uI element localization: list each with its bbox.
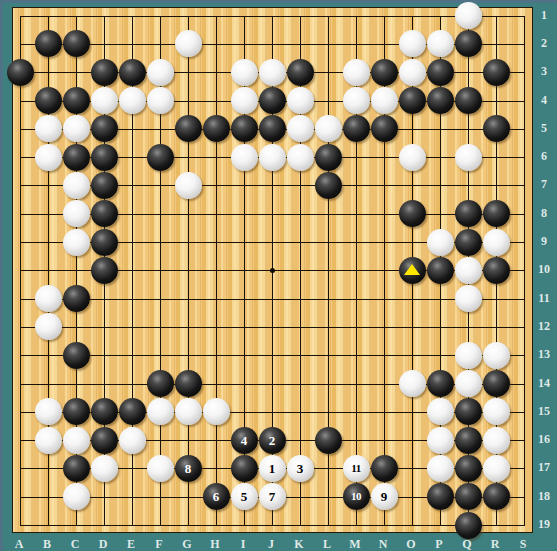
stone-black[interactable] <box>427 257 454 284</box>
column-label-R: R <box>485 537 505 551</box>
grid-line-vertical <box>524 16 525 526</box>
grid-line-horizontal <box>20 327 525 328</box>
stone-black[interactable] <box>483 483 510 510</box>
stone-white[interactable]: 7 <box>259 483 286 510</box>
stone-black[interactable] <box>455 512 482 539</box>
stone-black[interactable] <box>371 115 398 142</box>
grid-line-horizontal <box>20 299 525 300</box>
stone-black[interactable] <box>315 427 342 454</box>
stone-white[interactable] <box>231 59 258 86</box>
stone-black[interactable] <box>399 87 426 114</box>
stone-black[interactable] <box>7 59 34 86</box>
stone-black[interactable] <box>175 115 202 142</box>
stone-black[interactable] <box>315 144 342 171</box>
stone-black[interactable] <box>91 59 118 86</box>
stone-white[interactable] <box>399 144 426 171</box>
grid-line-horizontal <box>20 525 525 526</box>
move-number-label: 11 <box>351 463 360 474</box>
stone-white[interactable] <box>63 172 90 199</box>
stone-black[interactable] <box>455 229 482 256</box>
column-label-K: K <box>289 537 309 551</box>
stone-white[interactable] <box>455 144 482 171</box>
stone-white[interactable] <box>147 398 174 425</box>
stone-white[interactable] <box>175 172 202 199</box>
row-label-15: 15 <box>533 404 555 419</box>
row-label-9: 9 <box>533 234 555 249</box>
move-number-label: 5 <box>241 490 248 503</box>
stone-black[interactable] <box>63 30 90 57</box>
stone-white[interactable]: 11 <box>343 455 370 482</box>
column-label-E: E <box>121 537 141 551</box>
row-label-16: 16 <box>533 432 555 447</box>
column-label-A: A <box>9 537 29 551</box>
stone-white[interactable] <box>147 455 174 482</box>
window-left-edge <box>0 0 3 551</box>
row-label-12: 12 <box>533 319 555 334</box>
stone-white[interactable] <box>63 427 90 454</box>
stone-white[interactable] <box>399 59 426 86</box>
stone-black[interactable] <box>427 87 454 114</box>
column-label-N: N <box>373 537 393 551</box>
stone-black[interactable] <box>483 370 510 397</box>
column-label-Q: Q <box>457 537 477 551</box>
column-label-M: M <box>345 537 365 551</box>
stone-black[interactable] <box>483 257 510 284</box>
stone-white[interactable] <box>63 229 90 256</box>
stone-white[interactable] <box>35 427 62 454</box>
row-label-18: 18 <box>533 489 555 504</box>
row-label-1: 1 <box>533 8 555 23</box>
stone-white[interactable] <box>427 30 454 57</box>
column-label-C: C <box>65 537 85 551</box>
stone-black[interactable] <box>399 200 426 227</box>
row-label-19: 19 <box>533 517 555 532</box>
stone-white[interactable] <box>371 87 398 114</box>
column-label-G: G <box>177 537 197 551</box>
stone-white[interactable] <box>259 59 286 86</box>
stone-black[interactable] <box>91 200 118 227</box>
stone-black[interactable] <box>91 172 118 199</box>
grid-line-horizontal <box>20 355 525 356</box>
stone-white[interactable] <box>399 30 426 57</box>
column-label-P: P <box>429 537 449 551</box>
move-number-label: 9 <box>381 490 388 503</box>
stone-white[interactable] <box>343 87 370 114</box>
stone-black[interactable] <box>35 87 62 114</box>
stone-black[interactable] <box>455 30 482 57</box>
stone-white[interactable] <box>455 2 482 29</box>
stone-white[interactable] <box>455 370 482 397</box>
stone-black[interactable] <box>231 455 258 482</box>
stone-white[interactable] <box>483 398 510 425</box>
row-label-11: 11 <box>533 291 555 306</box>
stone-black[interactable] <box>91 427 118 454</box>
stone-white[interactable]: 9 <box>371 483 398 510</box>
stone-white[interactable] <box>343 59 370 86</box>
stone-black[interactable] <box>343 115 370 142</box>
stone-white[interactable] <box>119 427 146 454</box>
column-label-L: L <box>317 537 337 551</box>
stone-black[interactable] <box>455 483 482 510</box>
move-number-label: 6 <box>213 490 220 503</box>
stone-black[interactable]: 4 <box>231 427 258 454</box>
row-label-6: 6 <box>533 149 555 164</box>
stone-white[interactable] <box>63 483 90 510</box>
stone-black[interactable] <box>63 87 90 114</box>
stone-white[interactable] <box>231 144 258 171</box>
stone-white[interactable] <box>427 398 454 425</box>
row-label-7: 7 <box>533 177 555 192</box>
stone-black[interactable] <box>147 144 174 171</box>
stone-black[interactable]: 8 <box>175 455 202 482</box>
column-label-J: J <box>261 537 281 551</box>
move-number-label: 7 <box>269 490 276 503</box>
column-label-H: H <box>205 537 225 551</box>
stone-white[interactable] <box>287 87 314 114</box>
stone-black[interactable] <box>91 115 118 142</box>
stone-white[interactable] <box>483 229 510 256</box>
column-label-D: D <box>93 537 113 551</box>
stone-white[interactable] <box>259 144 286 171</box>
stone-black[interactable] <box>259 87 286 114</box>
stone-black[interactable] <box>315 172 342 199</box>
row-label-14: 14 <box>533 376 555 391</box>
stone-white[interactable] <box>427 427 454 454</box>
stone-white[interactable] <box>287 144 314 171</box>
stone-black[interactable] <box>63 455 90 482</box>
move-number-label: 2 <box>269 434 276 447</box>
stone-white[interactable]: 3 <box>287 455 314 482</box>
stone-white[interactable] <box>203 398 230 425</box>
stone-black[interactable]: 2 <box>259 427 286 454</box>
stone-white[interactable] <box>35 285 62 312</box>
stone-white[interactable] <box>35 115 62 142</box>
move-number-label: 4 <box>241 434 248 447</box>
stone-black[interactable]: 6 <box>203 483 230 510</box>
stone-black[interactable] <box>175 370 202 397</box>
stone-white[interactable] <box>35 313 62 340</box>
stone-black[interactable] <box>455 200 482 227</box>
stone-white[interactable] <box>175 30 202 57</box>
stone-white[interactable] <box>483 455 510 482</box>
row-label-4: 4 <box>533 93 555 108</box>
stone-white[interactable] <box>231 87 258 114</box>
stone-black[interactable] <box>371 59 398 86</box>
stone-white[interactable] <box>315 115 342 142</box>
stone-black[interactable] <box>427 483 454 510</box>
stone-black[interactable] <box>63 342 90 369</box>
stone-white[interactable] <box>483 342 510 369</box>
stone-black[interactable] <box>119 398 146 425</box>
stone-white[interactable] <box>147 59 174 86</box>
stone-white[interactable] <box>63 115 90 142</box>
stone-white[interactable]: 1 <box>259 455 286 482</box>
stone-black[interactable] <box>63 144 90 171</box>
stone-black[interactable] <box>287 59 314 86</box>
stone-white[interactable] <box>427 455 454 482</box>
column-label-O: O <box>401 537 421 551</box>
stone-black[interactable] <box>455 427 482 454</box>
stone-white[interactable]: 5 <box>231 483 258 510</box>
stone-white[interactable] <box>35 398 62 425</box>
stone-black[interactable] <box>483 115 510 142</box>
stone-white[interactable] <box>455 342 482 369</box>
row-label-3: 3 <box>533 64 555 79</box>
column-label-F: F <box>149 537 169 551</box>
stone-black[interactable] <box>63 285 90 312</box>
stone-black[interactable] <box>371 455 398 482</box>
stone-white[interactable] <box>63 200 90 227</box>
stone-white[interactable] <box>455 257 482 284</box>
column-label-S: S <box>513 537 533 551</box>
stone-black[interactable] <box>427 59 454 86</box>
stone-black[interactable] <box>91 229 118 256</box>
stone-black[interactable] <box>91 398 118 425</box>
stone-white[interactable] <box>287 115 314 142</box>
stone-white[interactable] <box>427 229 454 256</box>
move-number-label: 8 <box>185 462 192 475</box>
stone-white[interactable] <box>35 144 62 171</box>
stone-white[interactable] <box>91 455 118 482</box>
stone-black[interactable] <box>119 59 146 86</box>
stone-black[interactable] <box>203 115 230 142</box>
stone-black[interactable] <box>483 200 510 227</box>
column-label-B: B <box>37 537 57 551</box>
stone-black[interactable] <box>483 59 510 86</box>
stone-white[interactable] <box>175 398 202 425</box>
stone-black[interactable] <box>399 257 426 284</box>
row-label-8: 8 <box>533 206 555 221</box>
move-number-label: 1 <box>269 462 276 475</box>
move-number-label: 3 <box>297 462 304 475</box>
go-board[interactable]: 4281311657109 <box>12 7 533 533</box>
stone-black[interactable] <box>91 257 118 284</box>
move-number-label: 10 <box>351 491 361 502</box>
go-board-window: 4281311657109 ABCDEFGHIJKLMNOPQRS1234567… <box>0 0 557 551</box>
stone-black[interactable] <box>147 370 174 397</box>
triangle-marker <box>404 264 420 275</box>
stone-black[interactable] <box>427 370 454 397</box>
stone-white[interactable] <box>119 87 146 114</box>
stone-black[interactable]: 10 <box>343 483 370 510</box>
row-label-17: 17 <box>533 460 555 475</box>
row-label-2: 2 <box>533 36 555 51</box>
row-label-13: 13 <box>533 347 555 362</box>
stone-white[interactable] <box>399 370 426 397</box>
stone-black[interactable] <box>91 144 118 171</box>
star-point <box>270 268 275 273</box>
column-label-I: I <box>233 537 253 551</box>
stone-black[interactable] <box>455 398 482 425</box>
stone-black[interactable] <box>35 30 62 57</box>
row-label-10: 10 <box>533 262 555 277</box>
stone-black[interactable] <box>259 115 286 142</box>
stone-black[interactable] <box>455 455 482 482</box>
stone-black[interactable] <box>455 87 482 114</box>
stone-black[interactable] <box>63 398 90 425</box>
stone-white[interactable] <box>91 87 118 114</box>
stone-black[interactable] <box>231 115 258 142</box>
stone-white[interactable] <box>147 87 174 114</box>
stone-white[interactable] <box>483 427 510 454</box>
stone-white[interactable] <box>455 285 482 312</box>
row-label-5: 5 <box>533 121 555 136</box>
